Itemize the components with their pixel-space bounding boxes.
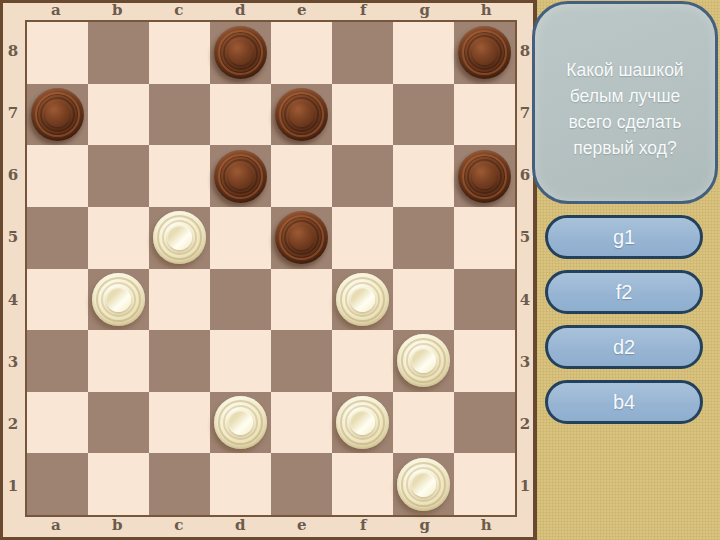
- piece-dome: [228, 164, 253, 189]
- quiz-panel: Какой шашкойбелым лучшевсего сделатьперв…: [537, 0, 720, 540]
- file-labels-bottom: abcdefgh: [25, 517, 517, 534]
- piece-dome: [350, 287, 375, 312]
- square-c7: [149, 84, 210, 146]
- file-label-d: d: [210, 517, 272, 534]
- rank-label-5: 5: [3, 206, 23, 268]
- square-g6: [393, 145, 454, 207]
- square-g3: [393, 330, 454, 392]
- piece-dome: [45, 102, 70, 127]
- square-f6: [332, 145, 393, 207]
- square-h5: [454, 207, 515, 269]
- square-c3: [149, 330, 210, 392]
- quiz-screen: abcdefgh 87654321 87654321 abcdefgh Како…: [0, 0, 720, 540]
- square-d1: [210, 453, 271, 515]
- question-bubble: Какой шашкойбелым лучшевсего сделатьперв…: [532, 1, 718, 204]
- square-f4: [332, 269, 393, 331]
- square-g1: [393, 453, 454, 515]
- file-label-a: a: [25, 2, 87, 19]
- piece-dome: [106, 287, 131, 312]
- square-b7: [88, 84, 149, 146]
- square-e3: [271, 330, 332, 392]
- checkers-board: abcdefgh 87654321 87654321 abcdefgh: [0, 0, 537, 540]
- square-c1: [149, 453, 210, 515]
- square-g5: [393, 207, 454, 269]
- square-b8: [88, 22, 149, 84]
- square-h2: [454, 392, 515, 454]
- square-e7: [271, 84, 332, 146]
- square-a6: [27, 145, 88, 207]
- file-label-b: b: [87, 517, 149, 534]
- square-e8: [271, 22, 332, 84]
- square-h4: [454, 269, 515, 331]
- file-label-d: d: [210, 2, 272, 19]
- white-man-g3: [397, 334, 450, 387]
- rank-label-3: 3: [3, 331, 23, 393]
- square-d2: [210, 392, 271, 454]
- square-h1: [454, 453, 515, 515]
- board-grid: [25, 20, 517, 517]
- file-label-a: a: [25, 517, 87, 534]
- rank-label-1: 1: [515, 455, 535, 517]
- square-b4: [88, 269, 149, 331]
- file-label-e: e: [271, 517, 333, 534]
- black-man-e7: [275, 88, 328, 141]
- black-man-d6: [214, 150, 267, 203]
- square-d3: [210, 330, 271, 392]
- question-line-4: первый ход?: [573, 135, 676, 161]
- rank-label-6: 6: [3, 144, 23, 206]
- piece-dome: [350, 410, 375, 435]
- rank-label-2: 2: [3, 393, 23, 455]
- square-d5: [210, 207, 271, 269]
- white-man-g1: [397, 458, 450, 511]
- square-h6: [454, 145, 515, 207]
- file-label-b: b: [87, 2, 149, 19]
- file-label-g: g: [394, 517, 456, 534]
- rank-label-4: 4: [3, 269, 23, 331]
- piece-dome: [228, 40, 253, 65]
- question-line-1: Какой шашкой: [566, 57, 683, 83]
- white-man-c5: [153, 211, 206, 264]
- black-man-h6: [458, 150, 511, 203]
- square-e4: [271, 269, 332, 331]
- square-d4: [210, 269, 271, 331]
- piece-dome: [167, 225, 192, 250]
- square-f1: [332, 453, 393, 515]
- question-line-2: белым лучше: [570, 83, 681, 109]
- white-man-f2: [336, 396, 389, 449]
- square-h7: [454, 84, 515, 146]
- piece-dome: [411, 472, 436, 497]
- answer-button-b4[interactable]: b4: [545, 380, 703, 424]
- rank-labels-left: 87654321: [3, 20, 23, 517]
- file-label-h: h: [456, 517, 518, 534]
- rank-label-7: 7: [3, 82, 23, 144]
- file-label-f: f: [333, 517, 395, 534]
- square-f5: [332, 207, 393, 269]
- file-label-e: e: [271, 2, 333, 19]
- piece-dome: [411, 348, 436, 373]
- file-label-h: h: [456, 2, 518, 19]
- square-h8: [454, 22, 515, 84]
- square-d7: [210, 84, 271, 146]
- square-d8: [210, 22, 271, 84]
- white-man-f4: [336, 273, 389, 326]
- answer-buttons: g1f2d2b4: [545, 215, 703, 435]
- file-label-c: c: [148, 517, 210, 534]
- piece-dome: [289, 102, 314, 127]
- white-man-b4: [92, 273, 145, 326]
- square-f7: [332, 84, 393, 146]
- square-a8: [27, 22, 88, 84]
- square-a2: [27, 392, 88, 454]
- black-man-e5: [275, 211, 328, 264]
- file-label-f: f: [333, 2, 395, 19]
- square-c4: [149, 269, 210, 331]
- square-c5: [149, 207, 210, 269]
- square-a3: [27, 330, 88, 392]
- square-a1: [27, 453, 88, 515]
- answer-button-f2[interactable]: f2: [545, 270, 703, 314]
- square-f2: [332, 392, 393, 454]
- square-b5: [88, 207, 149, 269]
- rank-label-8: 8: [3, 20, 23, 82]
- square-e1: [271, 453, 332, 515]
- black-man-h8: [458, 26, 511, 79]
- question-line-3: всего сделать: [569, 109, 682, 135]
- piece-dome: [228, 410, 253, 435]
- square-g2: [393, 392, 454, 454]
- black-man-d8: [214, 26, 267, 79]
- square-c6: [149, 145, 210, 207]
- file-label-c: c: [148, 2, 210, 19]
- square-e2: [271, 392, 332, 454]
- rank-label-2: 2: [515, 393, 535, 455]
- square-g7: [393, 84, 454, 146]
- rank-label-1: 1: [3, 455, 23, 517]
- square-e6: [271, 145, 332, 207]
- square-a5: [27, 207, 88, 269]
- square-c2: [149, 392, 210, 454]
- square-c8: [149, 22, 210, 84]
- square-a4: [27, 269, 88, 331]
- square-a7: [27, 84, 88, 146]
- square-g8: [393, 22, 454, 84]
- answer-button-g1[interactable]: g1: [545, 215, 703, 259]
- answer-button-d2[interactable]: d2: [545, 325, 703, 369]
- rank-label-4: 4: [515, 269, 535, 331]
- black-man-a7: [31, 88, 84, 141]
- square-e5: [271, 207, 332, 269]
- rank-label-3: 3: [515, 331, 535, 393]
- square-b3: [88, 330, 149, 392]
- square-f8: [332, 22, 393, 84]
- square-f3: [332, 330, 393, 392]
- square-b1: [88, 453, 149, 515]
- square-g4: [393, 269, 454, 331]
- piece-dome: [472, 164, 497, 189]
- square-b2: [88, 392, 149, 454]
- piece-dome: [289, 225, 314, 250]
- piece-dome: [472, 40, 497, 65]
- file-label-g: g: [394, 2, 456, 19]
- square-b6: [88, 145, 149, 207]
- file-labels-top: abcdefgh: [25, 2, 517, 19]
- square-d6: [210, 145, 271, 207]
- rank-label-5: 5: [515, 206, 535, 268]
- square-h3: [454, 330, 515, 392]
- white-man-d2: [214, 396, 267, 449]
